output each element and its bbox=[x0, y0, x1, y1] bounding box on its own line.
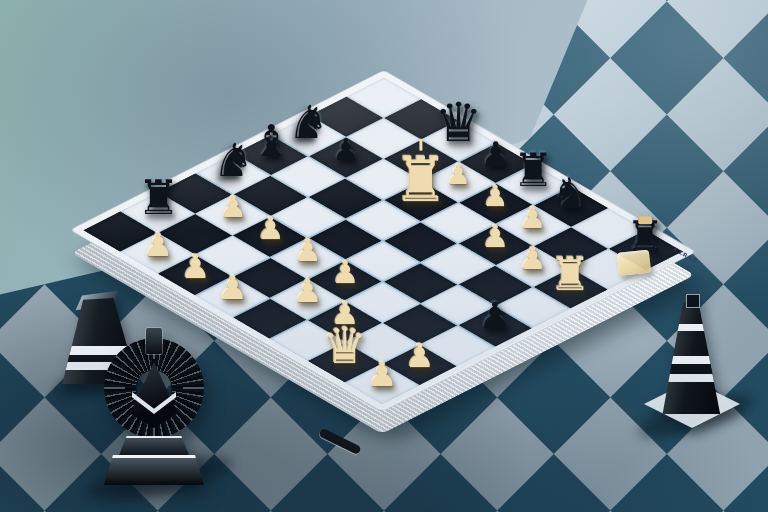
chess-piece-white-pawn-h1[interactable]: ♟ bbox=[367, 357, 397, 391]
chess-piece-white-rook-h6[interactable]: ♜ bbox=[549, 251, 590, 297]
chess-piece-white-pawn-f7[interactable]: ♟ bbox=[519, 203, 546, 233]
pyramid-body bbox=[660, 302, 724, 414]
chess-piece-black-knight-a4[interactable]: ♞ bbox=[213, 137, 254, 183]
chess-piece-white-pawn-f6[interactable]: ♟ bbox=[481, 221, 509, 252]
pyramid-knob bbox=[686, 294, 700, 308]
rook-cream-cap bbox=[638, 216, 652, 224]
chess-piece-white-rook-d6[interactable]: ♜ bbox=[393, 149, 449, 211]
fan-totem-base-upper bbox=[118, 436, 190, 458]
chess-piece-white-pawn-h2[interactable]: ♟ bbox=[405, 339, 435, 372]
chess-piece-black-rook-e8[interactable]: ♜ bbox=[512, 147, 553, 193]
chess-piece-white-pawn-c3[interactable]: ♟ bbox=[257, 213, 285, 244]
chess-piece-white-pawn-e3[interactable]: ♟ bbox=[331, 257, 359, 288]
fan-totem-base-lower bbox=[104, 455, 204, 485]
chess-piece-black-bishop-a5[interactable]: ♝ bbox=[251, 119, 290, 163]
fan-totem-head bbox=[146, 328, 162, 354]
chess-piece-white-pawn-b3[interactable]: ♟ bbox=[220, 192, 247, 222]
decorative-black-striped-pyramid bbox=[652, 296, 732, 428]
artifact-butter-cube-h7[interactable] bbox=[616, 250, 650, 276]
chess-piece-black-pawn-h4[interactable]: ♟ bbox=[479, 298, 511, 334]
chess-piece-black-pawn-d8[interactable]: ♟ bbox=[481, 137, 511, 171]
chess-piece-white-pawn-e2[interactable]: ♟ bbox=[293, 275, 322, 307]
chess-piece-white-pawn-b1[interactable]: ♟ bbox=[143, 228, 173, 261]
chess-piece-white-pawn-d7[interactable]: ♟ bbox=[446, 161, 471, 189]
chess-piece-black-pawn-b6[interactable]: ♟ bbox=[333, 135, 360, 165]
decorative-black-fan-totem bbox=[92, 336, 216, 486]
chess-piece-black-knight-a6[interactable]: ♞ bbox=[288, 99, 329, 145]
chess-piece-white-pawn-d3[interactable]: ♟ bbox=[294, 235, 322, 266]
scene: CZRAS ♛♟♜♞♜♞♟♝♞♜♟♜♜♛♟♟♟♟♟♟♟♟♟♟♟♟♟♟♟♟ bbox=[0, 0, 768, 512]
chess-piece-white-queen-g1[interactable]: ♛ bbox=[322, 321, 367, 371]
chess-piece-white-pawn-c1[interactable]: ♟ bbox=[181, 250, 211, 283]
chess-piece-white-pawn-d1[interactable]: ♟ bbox=[218, 271, 248, 304]
chess-piece-black-rook-a2[interactable]: ♜ bbox=[137, 173, 180, 221]
chess-piece-black-knight-f8[interactable]: ♞ bbox=[552, 173, 590, 215]
rook-finial-pin bbox=[419, 139, 422, 151]
chess-piece-white-pawn-g6[interactable]: ♟ bbox=[519, 243, 547, 274]
chess-piece-white-pawn-e7[interactable]: ♟ bbox=[483, 182, 509, 211]
